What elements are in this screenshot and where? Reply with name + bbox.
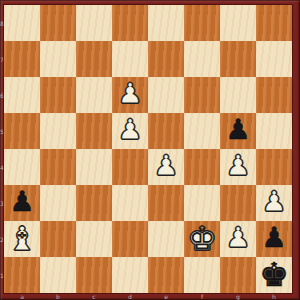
square-b1[interactable] — [40, 257, 76, 293]
square-e6[interactable] — [148, 77, 184, 113]
square-g2[interactable]: ♟ — [220, 221, 256, 257]
square-h3[interactable]: ♟ — [256, 185, 292, 221]
piece-black-pawn-a3[interactable]: ♟ — [9, 188, 34, 216]
square-e2[interactable] — [148, 221, 184, 257]
square-h1[interactable]: ♚ — [256, 257, 292, 293]
square-f5[interactable] — [184, 113, 220, 149]
square-e7[interactable] — [148, 41, 184, 77]
square-f8[interactable] — [184, 5, 220, 41]
piece-white-king-f2[interactable]: ♚ — [187, 222, 217, 255]
square-b2[interactable] — [40, 221, 76, 257]
square-f4[interactable] — [184, 149, 220, 185]
file-labels: abcdefgh — [4, 293, 292, 300]
square-f1[interactable] — [184, 257, 220, 293]
file-label-b: b — [40, 293, 76, 300]
square-a2[interactable]: ♝ — [4, 221, 40, 257]
square-e8[interactable] — [148, 5, 184, 41]
square-d5[interactable]: ♟ — [112, 113, 148, 149]
square-c8[interactable] — [76, 5, 112, 41]
square-c6[interactable] — [76, 77, 112, 113]
square-e1[interactable] — [148, 257, 184, 293]
file-label-c: c — [76, 293, 112, 300]
square-f3[interactable] — [184, 185, 220, 221]
file-label-d: d — [112, 293, 148, 300]
piece-black-pawn-g5[interactable]: ♟ — [225, 116, 250, 144]
piece-white-pawn-g2[interactable]: ♟ — [225, 224, 250, 252]
square-a7[interactable] — [4, 41, 40, 77]
file-label-g: g — [220, 293, 256, 300]
square-h8[interactable] — [256, 5, 292, 41]
square-c2[interactable] — [76, 221, 112, 257]
square-d2[interactable] — [112, 221, 148, 257]
file-label-h: h — [256, 293, 292, 300]
chess-board-frame: 87654321 ♟♟♟♟♟♟♟♝♚♟♟♚ abcdefgh — [0, 0, 300, 300]
square-b4[interactable] — [40, 149, 76, 185]
square-a8[interactable] — [4, 5, 40, 41]
square-b8[interactable] — [40, 5, 76, 41]
square-a3[interactable]: ♟ — [4, 185, 40, 221]
square-g7[interactable] — [220, 41, 256, 77]
square-g5[interactable]: ♟ — [220, 113, 256, 149]
square-c4[interactable] — [76, 149, 112, 185]
piece-black-pawn-h2[interactable]: ♟ — [261, 224, 286, 252]
square-h5[interactable] — [256, 113, 292, 149]
piece-white-pawn-g4[interactable]: ♟ — [225, 152, 250, 180]
square-d4[interactable] — [112, 149, 148, 185]
file-label-f: f — [184, 293, 220, 300]
square-e4[interactable]: ♟ — [148, 149, 184, 185]
square-d3[interactable] — [112, 185, 148, 221]
square-d1[interactable] — [112, 257, 148, 293]
square-c3[interactable] — [76, 185, 112, 221]
square-g8[interactable] — [220, 5, 256, 41]
square-f6[interactable] — [184, 77, 220, 113]
square-h6[interactable] — [256, 77, 292, 113]
square-g3[interactable] — [220, 185, 256, 221]
square-e3[interactable] — [148, 185, 184, 221]
square-b6[interactable] — [40, 77, 76, 113]
chess-board: ♟♟♟♟♟♟♟♝♚♟♟♚ — [4, 5, 292, 293]
square-h7[interactable] — [256, 41, 292, 77]
square-c1[interactable] — [76, 257, 112, 293]
square-f2[interactable]: ♚ — [184, 221, 220, 257]
piece-white-pawn-d6[interactable]: ♟ — [117, 80, 142, 108]
piece-black-king-h1[interactable]: ♚ — [259, 258, 289, 291]
square-g1[interactable] — [220, 257, 256, 293]
square-d6[interactable]: ♟ — [112, 77, 148, 113]
square-f7[interactable] — [184, 41, 220, 77]
square-a5[interactable] — [4, 113, 40, 149]
square-e5[interactable] — [148, 113, 184, 149]
square-b7[interactable] — [40, 41, 76, 77]
file-label-e: e — [148, 293, 184, 300]
piece-white-pawn-h3[interactable]: ♟ — [261, 188, 286, 216]
square-c7[interactable] — [76, 41, 112, 77]
file-label-a: a — [4, 293, 40, 300]
square-b3[interactable] — [40, 185, 76, 221]
square-b5[interactable] — [40, 113, 76, 149]
piece-white-pawn-e4[interactable]: ♟ — [153, 152, 178, 180]
square-d8[interactable] — [112, 5, 148, 41]
square-c5[interactable] — [76, 113, 112, 149]
square-h2[interactable]: ♟ — [256, 221, 292, 257]
square-g6[interactable] — [220, 77, 256, 113]
square-g4[interactable]: ♟ — [220, 149, 256, 185]
piece-white-pawn-d5[interactable]: ♟ — [117, 116, 142, 144]
piece-white-bishop-a2[interactable]: ♝ — [7, 222, 37, 255]
square-a4[interactable] — [4, 149, 40, 185]
square-a6[interactable] — [4, 77, 40, 113]
square-a1[interactable] — [4, 257, 40, 293]
square-h4[interactable] — [256, 149, 292, 185]
square-d7[interactable] — [112, 41, 148, 77]
